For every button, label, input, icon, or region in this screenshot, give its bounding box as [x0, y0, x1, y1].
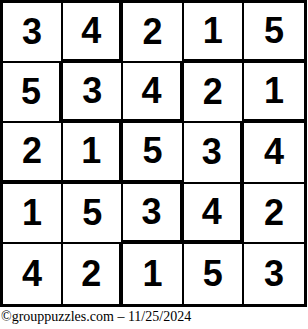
cell-value: 5	[21, 74, 41, 110]
cell-value: 1	[22, 195, 42, 231]
cell-value: 1	[203, 13, 223, 49]
cell-r4c2: 5	[63, 184, 123, 244]
cell-r2c2: 3	[63, 63, 123, 123]
cell-value: 5	[142, 133, 162, 169]
cell-value: 4	[202, 194, 222, 230]
cell-value: 3	[22, 14, 42, 50]
cell-value: 5	[264, 13, 284, 49]
cell-value: 2	[203, 74, 223, 110]
cell-r3c1: 2	[3, 123, 63, 183]
cell-r2c1: 5	[3, 63, 63, 123]
cell-value: 1	[142, 256, 162, 292]
cell-r4c1: 1	[3, 184, 63, 244]
cell-value: 4	[141, 73, 161, 109]
cell-r5c2: 2	[63, 244, 123, 304]
cell-r3c5: 4	[244, 123, 304, 183]
puzzle-page: 3421553421215341534242153 ©grouppuzzles.…	[0, 0, 308, 329]
cell-r2c3: 4	[123, 63, 183, 123]
cell-r5c5: 3	[244, 244, 304, 304]
cell-r3c3: 5	[123, 123, 183, 183]
cell-r1c3: 2	[123, 3, 183, 63]
cell-r5c3: 1	[123, 244, 183, 304]
cell-r5c1: 4	[3, 244, 63, 304]
cell-value: 1	[264, 73, 284, 109]
cell-r3c4: 3	[184, 123, 244, 183]
cell-value: 3	[82, 73, 102, 109]
cell-value: 1	[81, 133, 101, 169]
sudoku-board: 3421553421215341534242153	[0, 0, 307, 307]
cell-value: 2	[264, 195, 284, 231]
cell-r4c3: 3	[123, 184, 183, 244]
cell-value: 4	[264, 134, 284, 170]
cell-r5c4: 5	[184, 244, 244, 304]
cell-value: 2	[22, 133, 42, 169]
cell-value: 2	[81, 256, 101, 292]
cell-r3c2: 1	[63, 123, 123, 183]
copyright-footer: ©grouppuzzles.com – 11/25/2024	[1, 309, 191, 325]
cell-value: 3	[202, 134, 222, 170]
cell-r4c5: 2	[244, 184, 304, 244]
cell-r1c5: 5	[244, 3, 304, 63]
cell-value: 4	[81, 13, 101, 49]
cell-value: 4	[22, 256, 42, 292]
cell-r1c1: 3	[3, 3, 63, 63]
cell-r1c2: 4	[63, 3, 123, 63]
cell-r2c4: 2	[184, 63, 244, 123]
cell-value: 3	[264, 256, 284, 292]
cell-r1c4: 1	[184, 3, 244, 63]
cell-r2c5: 1	[244, 63, 304, 123]
cell-r4c4: 4	[184, 184, 244, 244]
cell-value: 5	[203, 256, 223, 292]
cell-value: 5	[82, 195, 102, 231]
cell-value: 2	[142, 14, 162, 50]
cell-value: 3	[141, 194, 161, 230]
